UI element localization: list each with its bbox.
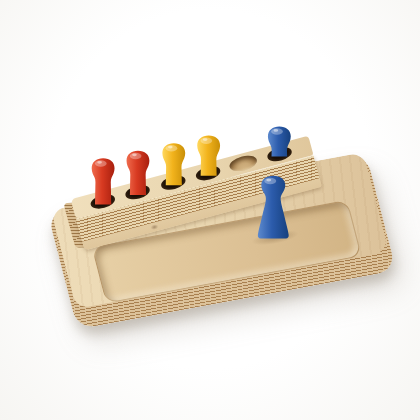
product-photo xyxy=(0,0,420,420)
peg-red-slot-1 xyxy=(124,150,152,195)
peg-yellow-slot-3 xyxy=(195,135,223,176)
wooden-tray xyxy=(11,54,365,120)
hole-slot-4-empty xyxy=(228,153,259,174)
peg-yellow-slot-2 xyxy=(160,142,188,185)
imbucare-peg-box xyxy=(11,54,409,356)
peg-blue-standing-in-tray xyxy=(256,175,290,239)
peg-blue-slot-5 xyxy=(266,126,294,157)
pegs-layer xyxy=(11,54,365,120)
peg-red-slot-0 xyxy=(89,157,117,204)
